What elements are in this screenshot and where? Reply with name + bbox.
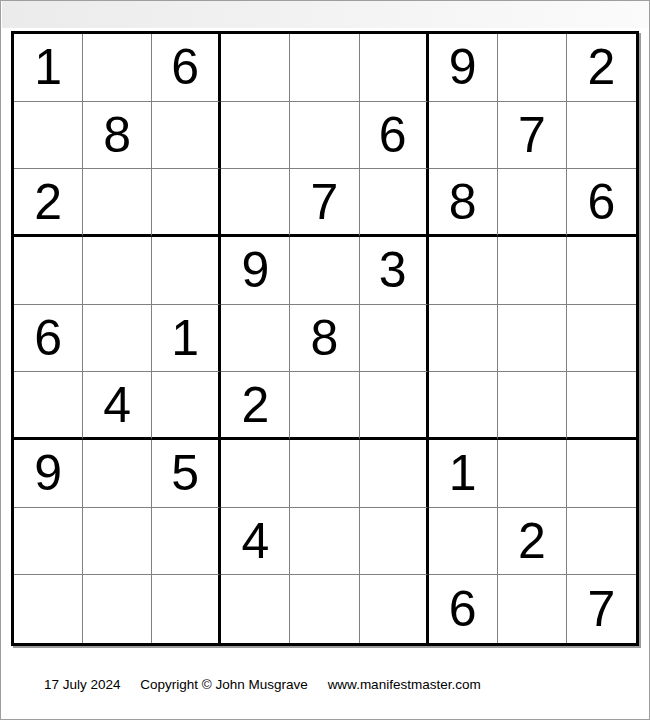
cell-r5c7[interactable] [429,305,498,373]
cell-r6c6[interactable] [360,372,429,440]
cell-r7c5[interactable] [290,440,359,508]
cell-r7c6[interactable] [360,440,429,508]
cell-r2c3[interactable] [152,102,221,170]
cell-r9c9[interactable]: 7 [567,575,636,643]
cell-r6c4[interactable]: 2 [221,372,290,440]
cell-r6c1[interactable] [14,372,83,440]
cell-r4c3[interactable] [152,237,221,305]
sudoku-page: 1692867278693618429514267 17 July 2024 C… [0,0,650,720]
cell-r3c1[interactable]: 2 [14,169,83,237]
cell-r8c6[interactable] [360,508,429,576]
cell-r4c9[interactable] [567,237,636,305]
cell-r7c8[interactable] [498,440,567,508]
cell-r4c7[interactable] [429,237,498,305]
cell-r8c9[interactable] [567,508,636,576]
cell-r3c2[interactable] [83,169,152,237]
cell-r6c7[interactable] [429,372,498,440]
cell-r2c5[interactable] [290,102,359,170]
cell-r6c8[interactable] [498,372,567,440]
cell-r2c9[interactable] [567,102,636,170]
cell-r6c5[interactable] [290,372,359,440]
cell-r3c7[interactable]: 8 [429,169,498,237]
cell-r3c9[interactable]: 6 [567,169,636,237]
cell-r1c4[interactable] [221,34,290,102]
cell-r7c9[interactable] [567,440,636,508]
cell-r4c5[interactable] [290,237,359,305]
cell-r3c5[interactable]: 7 [290,169,359,237]
cell-r6c3[interactable] [152,372,221,440]
cell-r1c7[interactable]: 9 [429,34,498,102]
cell-r8c8[interactable]: 2 [498,508,567,576]
cell-r9c6[interactable] [360,575,429,643]
cell-r8c3[interactable] [152,508,221,576]
cell-r1c5[interactable] [290,34,359,102]
cell-r8c2[interactable] [83,508,152,576]
cell-r5c5[interactable]: 8 [290,305,359,373]
cell-r9c8[interactable] [498,575,567,643]
cell-r2c8[interactable]: 7 [498,102,567,170]
top-strip [2,1,649,28]
cell-r7c3[interactable]: 5 [152,440,221,508]
cell-r2c6[interactable]: 6 [360,102,429,170]
cell-r8c4[interactable]: 4 [221,508,290,576]
cell-r8c1[interactable] [14,508,83,576]
cell-r5c8[interactable] [498,305,567,373]
cell-r2c7[interactable] [429,102,498,170]
cell-r9c2[interactable] [83,575,152,643]
sudoku-board: 1692867278693618429514267 [11,31,639,646]
cell-r9c3[interactable] [152,575,221,643]
footer: 17 July 2024 Copyright © John Musgrave w… [44,677,481,692]
cell-r5c1[interactable]: 6 [14,305,83,373]
cell-r7c1[interactable]: 9 [14,440,83,508]
cell-r8c5[interactable] [290,508,359,576]
cell-r5c9[interactable] [567,305,636,373]
cell-r8c7[interactable] [429,508,498,576]
cell-r1c9[interactable]: 2 [567,34,636,102]
cell-r1c3[interactable]: 6 [152,34,221,102]
cell-r4c4[interactable]: 9 [221,237,290,305]
cell-r1c1[interactable]: 1 [14,34,83,102]
footer-date: 17 July 2024 [44,677,121,692]
cell-r5c2[interactable] [83,305,152,373]
cell-r9c4[interactable] [221,575,290,643]
cell-r7c7[interactable]: 1 [429,440,498,508]
cell-r6c9[interactable] [567,372,636,440]
cell-r4c2[interactable] [83,237,152,305]
cell-r5c4[interactable] [221,305,290,373]
cell-r3c4[interactable] [221,169,290,237]
cell-r3c8[interactable] [498,169,567,237]
cell-r4c8[interactable] [498,237,567,305]
cell-r1c6[interactable] [360,34,429,102]
cell-r5c6[interactable] [360,305,429,373]
cell-r2c4[interactable] [221,102,290,170]
cell-r2c1[interactable] [14,102,83,170]
cell-r4c6[interactable]: 3 [360,237,429,305]
cell-r9c5[interactable] [290,575,359,643]
cell-r7c4[interactable] [221,440,290,508]
cell-r4c1[interactable] [14,237,83,305]
cell-r1c8[interactable] [498,34,567,102]
cell-r6c2[interactable]: 4 [83,372,152,440]
cell-r5c3[interactable]: 1 [152,305,221,373]
cell-r9c7[interactable]: 6 [429,575,498,643]
cell-r3c6[interactable] [360,169,429,237]
footer-url: www.manifestmaster.com [328,677,481,692]
cell-r7c2[interactable] [83,440,152,508]
cell-r3c3[interactable] [152,169,221,237]
cell-r2c2[interactable]: 8 [83,102,152,170]
cell-r9c1[interactable] [14,575,83,643]
cell-r1c2[interactable] [83,34,152,102]
footer-copyright: Copyright © John Musgrave [140,677,308,692]
